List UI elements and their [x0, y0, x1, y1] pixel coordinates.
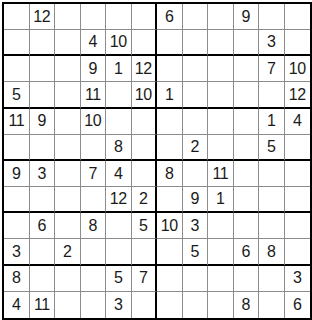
given-cell-r4c12[interactable]: 12: [285, 82, 311, 108]
given-cell-r8c9[interactable]: 1: [208, 187, 234, 213]
given-cell-r12c10[interactable]: 8: [234, 292, 260, 318]
cell-r7c3[interactable]: [55, 161, 81, 187]
given-cell-r11c5[interactable]: 5: [106, 266, 132, 292]
cell-r5c6[interactable]: [132, 109, 158, 135]
cell-r2c12[interactable]: [285, 30, 311, 56]
cell-r8c2[interactable]: [30, 187, 56, 213]
given-cell-r10c8[interactable]: 5: [183, 239, 209, 265]
cell-r2c3[interactable]: [55, 30, 81, 56]
given-cell-r7c2[interactable]: 3: [30, 161, 56, 187]
cell-r7c8[interactable]: [183, 161, 209, 187]
given-cell-r4c6[interactable]: 10: [132, 82, 158, 108]
given-cell-r10c11[interactable]: 8: [259, 239, 285, 265]
given-cell-r8c5[interactable]: 12: [106, 187, 132, 213]
cell-r9c11[interactable]: [259, 213, 285, 239]
given-cell-r2c5[interactable]: 10: [106, 30, 132, 56]
cell-r1c6[interactable]: [132, 4, 158, 30]
cell-r6c3[interactable]: [55, 135, 81, 161]
given-cell-r12c1[interactable]: 4: [4, 292, 30, 318]
given-cell-r3c6[interactable]: 12: [132, 56, 158, 82]
cell-r12c8[interactable]: [183, 292, 209, 318]
cell-r11c3[interactable]: [55, 266, 81, 292]
given-cell-r12c5[interactable]: 3: [106, 292, 132, 318]
cell-r5c5[interactable]: [106, 109, 132, 135]
cell-r5c10[interactable]: [234, 109, 260, 135]
given-cell-r7c9[interactable]: 11: [208, 161, 234, 187]
given-cell-r8c6[interactable]: 2: [132, 187, 158, 213]
cell-r5c7[interactable]: [157, 109, 183, 135]
given-cell-r9c8[interactable]: 3: [183, 213, 209, 239]
given-cell-r7c1[interactable]: 9: [4, 161, 30, 187]
given-cell-r2c4[interactable]: 4: [81, 30, 107, 56]
cell-r1c12[interactable]: [285, 4, 311, 30]
given-cell-r9c7[interactable]: 10: [157, 213, 183, 239]
cell-r1c11[interactable]: [259, 4, 285, 30]
cell-r1c4[interactable]: [81, 4, 107, 30]
cell-r4c11[interactable]: [259, 82, 285, 108]
cell-r10c9[interactable]: [208, 239, 234, 265]
cell-r4c3[interactable]: [55, 82, 81, 108]
given-cell-r5c12[interactable]: 4: [285, 109, 311, 135]
cell-r11c2[interactable]: [30, 266, 56, 292]
given-cell-r10c3[interactable]: 2: [55, 239, 81, 265]
given-cell-r12c12[interactable]: 6: [285, 292, 311, 318]
cell-r1c8[interactable]: [183, 4, 209, 30]
cell-r9c3[interactable]: [55, 213, 81, 239]
cell-r3c7[interactable]: [157, 56, 183, 82]
cell-r2c10[interactable]: [234, 30, 260, 56]
given-cell-r12c2[interactable]: 11: [30, 292, 56, 318]
cell-r5c9[interactable]: [208, 109, 234, 135]
cell-r12c4[interactable]: [81, 292, 107, 318]
cell-r4c2[interactable]: [30, 82, 56, 108]
cell-r7c12[interactable]: [285, 161, 311, 187]
given-cell-r7c5[interactable]: 4: [106, 161, 132, 187]
cell-r8c3[interactable]: [55, 187, 81, 213]
cell-r3c9[interactable]: [208, 56, 234, 82]
cell-r11c7[interactable]: [157, 266, 183, 292]
given-cell-r11c1[interactable]: 8: [4, 266, 30, 292]
cell-r8c10[interactable]: [234, 187, 260, 213]
cell-r5c8[interactable]: [183, 109, 209, 135]
given-cell-r3c5[interactable]: 1: [106, 56, 132, 82]
given-cell-r1c2[interactable]: 12: [30, 4, 56, 30]
given-cell-r3c4[interactable]: 9: [81, 56, 107, 82]
cell-r10c12[interactable]: [285, 239, 311, 265]
given-cell-r2c11[interactable]: 3: [259, 30, 285, 56]
cell-r1c5[interactable]: [106, 4, 132, 30]
cell-r2c2[interactable]: [30, 30, 56, 56]
cell-r4c9[interactable]: [208, 82, 234, 108]
cell-r12c11[interactable]: [259, 292, 285, 318]
given-cell-r9c6[interactable]: 5: [132, 213, 158, 239]
cell-r1c1[interactable]: [4, 4, 30, 30]
given-cell-r7c4[interactable]: 7: [81, 161, 107, 187]
given-cell-r6c5[interactable]: 8: [106, 135, 132, 161]
cell-r11c9[interactable]: [208, 266, 234, 292]
given-cell-r3c11[interactable]: 7: [259, 56, 285, 82]
cell-r2c7[interactable]: [157, 30, 183, 56]
cell-r2c6[interactable]: [132, 30, 158, 56]
sudoku-board: 1269410391127105111011211910148259374811…: [2, 2, 312, 320]
cell-r11c11[interactable]: [259, 266, 285, 292]
given-cell-r5c2[interactable]: 9: [30, 109, 56, 135]
cell-r7c11[interactable]: [259, 161, 285, 187]
cell-r6c9[interactable]: [208, 135, 234, 161]
cell-r6c2[interactable]: [30, 135, 56, 161]
cell-r8c1[interactable]: [4, 187, 30, 213]
given-cell-r5c1[interactable]: 11: [4, 109, 30, 135]
cell-r1c9[interactable]: [208, 4, 234, 30]
cell-r5c3[interactable]: [55, 109, 81, 135]
cell-r3c1[interactable]: [4, 56, 30, 82]
given-cell-r1c7[interactable]: 6: [157, 4, 183, 30]
given-cell-r11c12[interactable]: 3: [285, 266, 311, 292]
cell-r11c10[interactable]: [234, 266, 260, 292]
cell-r12c7[interactable]: [157, 292, 183, 318]
cell-r11c8[interactable]: [183, 266, 209, 292]
cell-r12c3[interactable]: [55, 292, 81, 318]
given-cell-r11c6[interactable]: 7: [132, 266, 158, 292]
cell-r7c10[interactable]: [234, 161, 260, 187]
cell-r6c6[interactable]: [132, 135, 158, 161]
cell-r12c6[interactable]: [132, 292, 158, 318]
cell-r3c8[interactable]: [183, 56, 209, 82]
cell-r4c10[interactable]: [234, 82, 260, 108]
cell-r8c12[interactable]: [285, 187, 311, 213]
given-cell-r10c1[interactable]: 3: [4, 239, 30, 265]
cell-r4c5[interactable]: [106, 82, 132, 108]
cell-r4c8[interactable]: [183, 82, 209, 108]
cell-r8c7[interactable]: [157, 187, 183, 213]
given-cell-r5c11[interactable]: 1: [259, 109, 285, 135]
cell-r2c8[interactable]: [183, 30, 209, 56]
cell-r9c12[interactable]: [285, 213, 311, 239]
given-cell-r9c2[interactable]: 6: [30, 213, 56, 239]
cell-r9c9[interactable]: [208, 213, 234, 239]
cell-r10c5[interactable]: [106, 239, 132, 265]
cell-r9c10[interactable]: [234, 213, 260, 239]
cell-r6c1[interactable]: [4, 135, 30, 161]
cell-r10c4[interactable]: [81, 239, 107, 265]
given-cell-r8c8[interactable]: 9: [183, 187, 209, 213]
cell-r10c6[interactable]: [132, 239, 158, 265]
given-cell-r1c10[interactable]: 9: [234, 4, 260, 30]
cell-r6c12[interactable]: [285, 135, 311, 161]
given-cell-r6c8[interactable]: 2: [183, 135, 209, 161]
cell-r1c3[interactable]: [55, 4, 81, 30]
given-cell-r4c4[interactable]: 11: [81, 82, 107, 108]
cell-r7c6[interactable]: [132, 161, 158, 187]
cell-r2c9[interactable]: [208, 30, 234, 56]
cell-r9c1[interactable]: [4, 213, 30, 239]
cell-r2c1[interactable]: [4, 30, 30, 56]
given-cell-r3c12[interactable]: 10: [285, 56, 311, 82]
given-cell-r9c4[interactable]: 8: [81, 213, 107, 239]
cell-r3c10[interactable]: [234, 56, 260, 82]
cell-r9c5[interactable]: [106, 213, 132, 239]
given-cell-r7c7[interactable]: 8: [157, 161, 183, 187]
given-cell-r4c7[interactable]: 1: [157, 82, 183, 108]
cell-r11c4[interactable]: [81, 266, 107, 292]
cell-r8c4[interactable]: [81, 187, 107, 213]
cell-r3c3[interactable]: [55, 56, 81, 82]
cell-r12c9[interactable]: [208, 292, 234, 318]
given-cell-r6c11[interactable]: 5: [259, 135, 285, 161]
cell-r3c2[interactable]: [30, 56, 56, 82]
cell-r10c2[interactable]: [30, 239, 56, 265]
cell-r6c10[interactable]: [234, 135, 260, 161]
cell-r6c4[interactable]: [81, 135, 107, 161]
given-cell-r5c4[interactable]: 10: [81, 109, 107, 135]
given-cell-r10c10[interactable]: 6: [234, 239, 260, 265]
cell-r6c7[interactable]: [157, 135, 183, 161]
cell-r8c11[interactable]: [259, 187, 285, 213]
given-cell-r4c1[interactable]: 5: [4, 82, 30, 108]
cell-r10c7[interactable]: [157, 239, 183, 265]
